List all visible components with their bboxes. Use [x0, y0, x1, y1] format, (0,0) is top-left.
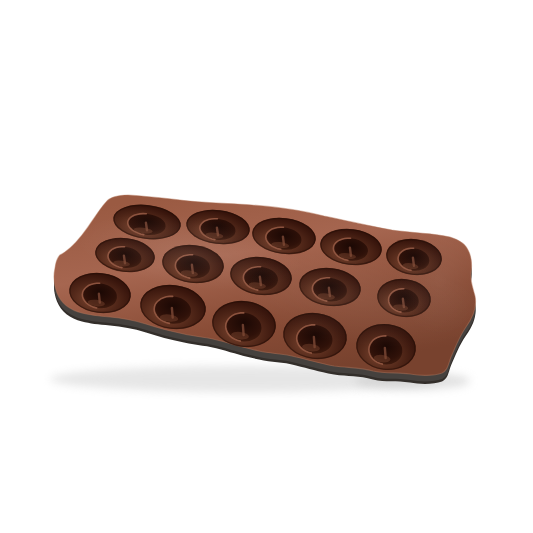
chocolate-mold-photo	[0, 0, 533, 533]
scene	[0, 0, 533, 533]
